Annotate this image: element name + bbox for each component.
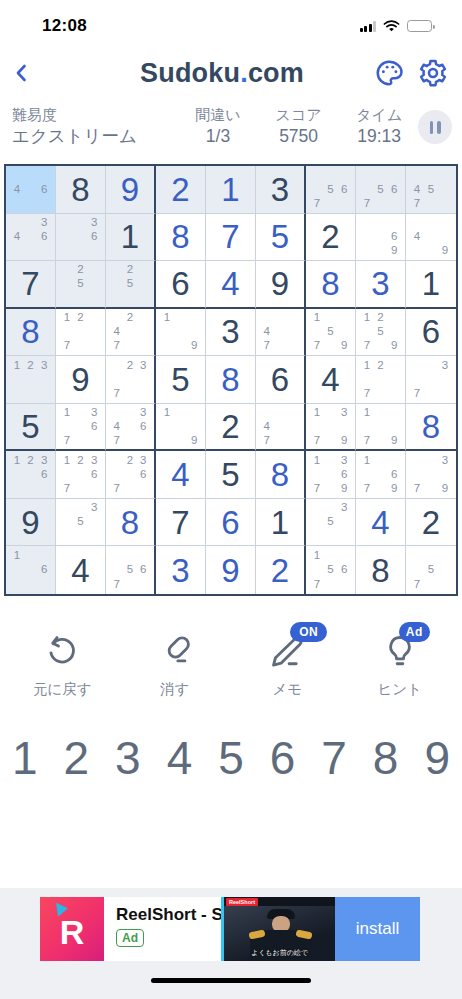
pencil-notes: 12367 xyxy=(60,453,101,496)
cell-r1c1[interactable]: 46 xyxy=(6,166,56,214)
difficulty-value: エクストリーム xyxy=(12,128,179,146)
cell-r6c2[interactable]: 1367 xyxy=(56,404,106,452)
cell-r2c3[interactable]: 1 xyxy=(106,214,156,262)
thumbnail-brand: ReelShort xyxy=(226,898,258,906)
pencil-notes: 123 xyxy=(10,358,51,401)
toolbar: 元に戻す 消す ON メモ Ad ヒント xyxy=(0,596,462,699)
pencil-notes: 567 xyxy=(310,168,351,211)
mistakes-info: 間違い 1/3 xyxy=(179,106,257,146)
pencil-notes: 37 xyxy=(410,358,452,401)
user-digit: 2 xyxy=(271,554,289,587)
cell-r9c3[interactable]: 567 xyxy=(106,546,156,594)
score-info: スコア 5750 xyxy=(257,106,341,146)
user-digit: 8 xyxy=(171,220,189,253)
cell-r1c3[interactable]: 9 xyxy=(106,166,156,214)
numpad-key-4[interactable]: 4 xyxy=(167,735,193,781)
cell-r3c7[interactable]: 8 xyxy=(306,261,356,309)
thumbnail-caption: よくもお前の絵で xyxy=(224,948,335,958)
pencil-notes: 1379 xyxy=(310,406,351,448)
pause-icon xyxy=(437,121,441,134)
hint-label: ヒント xyxy=(377,680,422,699)
user-digit: 8 xyxy=(422,410,440,443)
pencil-notes: 25 xyxy=(60,263,101,305)
numpad-key-8[interactable]: 8 xyxy=(373,735,399,781)
pencil-notes: 46 xyxy=(10,168,51,211)
score-value: 5750 xyxy=(257,128,341,146)
cell-r8c3[interactable]: 8 xyxy=(106,499,156,547)
given-digit: 4 xyxy=(321,363,339,396)
mistakes-label: 間違い xyxy=(179,106,257,125)
cell-r8c8[interactable]: 4 xyxy=(356,499,406,547)
pencil-notes: 19 xyxy=(160,406,201,448)
pencil-notes: 1679 xyxy=(360,453,401,496)
cell-r4c5[interactable]: 3 xyxy=(206,309,256,357)
pencil-notes: 49 xyxy=(410,216,452,259)
cell-r7c3[interactable]: 2367 xyxy=(106,451,156,499)
cell-r5c3[interactable]: 237 xyxy=(106,356,156,404)
game-info-bar: 難易度 エクストリーム 間違い 1/3 スコア 5750 タイム 19:13 xyxy=(0,96,462,154)
eraser-icon xyxy=(158,634,192,668)
given-digit: 5 xyxy=(221,458,239,491)
cell-r7c7[interactable]: 13679 xyxy=(306,451,356,499)
mistakes-value: 1/3 xyxy=(179,128,257,146)
cell-r7c1[interactable]: 1236 xyxy=(6,451,56,499)
cell-r2c4[interactable]: 8 xyxy=(156,214,206,262)
given-digit: 1 xyxy=(271,506,289,539)
pencil-notes: 1367 xyxy=(60,406,101,448)
cell-r2c9[interactable]: 49 xyxy=(406,214,456,262)
home-indicator[interactable] xyxy=(151,978,311,983)
notes-on-badge: ON xyxy=(290,622,327,642)
cell-r6c9[interactable]: 8 xyxy=(406,404,456,452)
cell-r8c2[interactable]: 35 xyxy=(56,499,106,547)
pencil-notes: 47 xyxy=(260,311,300,354)
user-digit: 8 xyxy=(121,506,139,539)
cell-r3c8[interactable]: 3 xyxy=(356,261,406,309)
numpad-key-6[interactable]: 6 xyxy=(270,735,296,781)
sudoku-grid: 4689213567567457346361875269497252564983… xyxy=(4,164,458,596)
given-digit: 2 xyxy=(321,220,339,253)
cell-r8c6[interactable]: 1 xyxy=(256,499,306,547)
numpad-key-1[interactable]: 1 xyxy=(12,735,38,781)
ad-title: ReelShort - S... xyxy=(116,905,215,925)
cell-r3c9[interactable]: 1 xyxy=(406,261,456,309)
given-digit: 3 xyxy=(271,173,289,206)
pencil-icon: ON xyxy=(270,634,304,668)
user-digit: 8 xyxy=(221,363,239,396)
given-digit: 7 xyxy=(171,506,189,539)
cell-r7c4[interactable]: 4 xyxy=(156,451,206,499)
pencil-notes: 16 xyxy=(10,548,51,592)
cellular-signal-icon xyxy=(360,21,377,32)
timer-value: 19:13 xyxy=(340,128,418,146)
user-digit: 4 xyxy=(171,458,189,491)
cell-r1c8[interactable]: 567 xyxy=(356,166,406,214)
user-digit: 8 xyxy=(321,267,339,300)
cell-r1c4[interactable]: 2 xyxy=(156,166,206,214)
pause-button[interactable] xyxy=(418,110,452,144)
cell-r2c1[interactable]: 346 xyxy=(6,214,56,262)
cell-r4c7[interactable]: 1579 xyxy=(306,309,356,357)
ad-badge: Ad xyxy=(116,929,144,947)
pencil-notes: 1579 xyxy=(310,311,351,354)
cell-r7c9[interactable]: 379 xyxy=(406,451,456,499)
cell-r1c5[interactable]: 1 xyxy=(206,166,256,214)
cell-r4c8[interactable]: 12579 xyxy=(356,309,406,357)
pencil-notes: 2367 xyxy=(110,453,150,496)
pencil-notes: 36 xyxy=(60,216,101,259)
difficulty-info: 難易度 エクストリーム xyxy=(12,106,179,146)
given-digit: 6 xyxy=(422,315,440,348)
cell-r2c5[interactable]: 7 xyxy=(206,214,256,262)
given-digit: 1 xyxy=(422,267,440,300)
cell-r2c7[interactable]: 2 xyxy=(306,214,356,262)
cell-r5c8[interactable]: 127 xyxy=(356,356,406,404)
title-dot: . xyxy=(240,58,248,88)
number-pad: 123456789 xyxy=(0,699,462,781)
cell-r5c5[interactable]: 8 xyxy=(206,356,256,404)
cell-r8c1[interactable]: 9 xyxy=(6,499,56,547)
cell-r3c4[interactable]: 6 xyxy=(156,261,206,309)
cell-r6c5[interactable]: 2 xyxy=(206,404,256,452)
cell-r4c2[interactable]: 127 xyxy=(56,309,106,357)
erase-button[interactable]: 消す xyxy=(119,634,232,699)
reelshort-app-icon: R xyxy=(40,897,104,961)
cell-r9c7[interactable]: 1567 xyxy=(306,546,356,594)
user-digit: 5 xyxy=(271,220,289,253)
numpad-key-5[interactable]: 5 xyxy=(218,735,244,781)
given-digit: 6 xyxy=(171,267,189,300)
cell-r9c5[interactable]: 9 xyxy=(206,546,256,594)
cell-r6c1[interactable]: 5 xyxy=(6,404,56,452)
pencil-notes: 567 xyxy=(110,548,150,592)
pencil-notes: 13679 xyxy=(310,453,351,496)
timer-info: タイム 19:13 xyxy=(340,106,418,146)
given-digit: 5 xyxy=(21,410,39,443)
back-button[interactable] xyxy=(10,61,44,85)
difficulty-label: 難易度 xyxy=(12,106,179,125)
numpad-key-3[interactable]: 3 xyxy=(115,735,141,781)
pencil-notes: 69 xyxy=(360,216,401,259)
cell-r8c4[interactable]: 7 xyxy=(156,499,206,547)
user-digit: 3 xyxy=(171,554,189,587)
pencil-notes: 3467 xyxy=(110,406,150,448)
cell-r8c9[interactable]: 2 xyxy=(406,499,456,547)
cell-r1c7[interactable]: 567 xyxy=(306,166,356,214)
numpad-key-9[interactable]: 9 xyxy=(424,735,450,781)
cell-r9c6[interactable]: 2 xyxy=(256,546,306,594)
pencil-notes: 35 xyxy=(310,501,351,544)
cell-r2c6[interactable]: 5 xyxy=(256,214,306,262)
user-digit: 9 xyxy=(221,554,239,587)
cell-r5c2[interactable]: 9 xyxy=(56,356,106,404)
numpad-key-7[interactable]: 7 xyxy=(321,735,347,781)
cell-r5c6[interactable]: 6 xyxy=(256,356,306,404)
cell-r7c2[interactable]: 12367 xyxy=(56,451,106,499)
cell-r9c1[interactable]: 16 xyxy=(6,546,56,594)
timer-label: タイム xyxy=(340,106,418,125)
score-label: スコア xyxy=(257,106,341,125)
user-digit: 4 xyxy=(371,506,389,539)
cell-r4c6[interactable]: 47 xyxy=(256,309,306,357)
user-digit: 9 xyxy=(121,173,139,206)
cell-r5c7[interactable]: 4 xyxy=(306,356,356,404)
undo-icon xyxy=(45,634,79,668)
clock: 12:08 xyxy=(42,16,87,36)
install-button[interactable]: install xyxy=(335,897,420,961)
pencil-notes: 19 xyxy=(160,311,201,354)
ad-banner[interactable]: R ReelShort - S... Ad ReelShort よくもお前の絵で… xyxy=(40,897,420,961)
lightbulb-icon: Ad xyxy=(383,634,417,668)
user-digit: 2 xyxy=(171,173,189,206)
undo-button[interactable]: 元に戻す xyxy=(6,634,119,699)
given-digit: 5 xyxy=(171,363,189,396)
battery-icon xyxy=(407,20,432,32)
theme-palette-button[interactable] xyxy=(374,58,404,88)
cell-r4c4[interactable]: 19 xyxy=(156,309,206,357)
cell-r7c8[interactable]: 1679 xyxy=(356,451,406,499)
pencil-notes: 1567 xyxy=(310,548,351,592)
pencil-notes: 47 xyxy=(260,406,300,448)
cell-r6c3[interactable]: 3467 xyxy=(106,404,156,452)
given-digit: 2 xyxy=(422,506,440,539)
cell-r3c6[interactable]: 9 xyxy=(256,261,306,309)
wifi-icon xyxy=(383,20,400,33)
pencil-notes: 35 xyxy=(60,501,101,544)
cell-r6c4[interactable]: 19 xyxy=(156,404,206,452)
cell-r9c2[interactable]: 4 xyxy=(56,546,106,594)
cell-r9c9[interactable]: 57 xyxy=(406,546,456,594)
cell-r7c6[interactable]: 8 xyxy=(256,451,306,499)
notes-label: メモ xyxy=(272,680,302,699)
pencil-notes: 567 xyxy=(360,168,401,211)
erase-label: 消す xyxy=(160,680,189,699)
ad-strip: R ReelShort - S... Ad ReelShort よくもお前の絵で… xyxy=(0,888,462,999)
given-digit: 4 xyxy=(71,554,89,587)
pencil-notes: 1236 xyxy=(10,453,51,496)
given-digit: 9 xyxy=(21,506,39,539)
pencil-notes: 12579 xyxy=(360,311,401,354)
pencil-notes: 179 xyxy=(360,406,401,448)
cell-r7c5[interactable]: 5 xyxy=(206,451,256,499)
cell-r3c3[interactable]: 25 xyxy=(106,261,156,309)
user-digit: 6 xyxy=(221,506,239,539)
ad-video-thumbnail[interactable]: ReelShort よくもお前の絵で xyxy=(221,897,335,961)
given-digit: 3 xyxy=(221,315,239,348)
cell-r9c8[interactable]: 8 xyxy=(356,546,406,594)
cell-r4c9[interactable]: 6 xyxy=(406,309,456,357)
cell-r5c1[interactable]: 123 xyxy=(6,356,56,404)
pencil-notes: 127 xyxy=(360,358,401,401)
app-title: Sudoku.com xyxy=(44,58,374,89)
given-digit: 1 xyxy=(121,220,139,253)
cell-r9c4[interactable]: 3 xyxy=(156,546,206,594)
pause-icon xyxy=(430,121,434,134)
pencil-notes: 25 xyxy=(110,263,150,305)
pencil-notes: 379 xyxy=(410,453,452,496)
given-digit: 6 xyxy=(271,363,289,396)
user-digit: 8 xyxy=(271,458,289,491)
user-digit: 1 xyxy=(221,173,239,206)
cell-r5c4[interactable]: 5 xyxy=(156,356,206,404)
undo-label: 元に戻す xyxy=(33,680,92,699)
given-digit: 8 xyxy=(371,554,389,587)
cell-r3c1[interactable]: 7 xyxy=(6,261,56,309)
given-digit: 9 xyxy=(71,363,89,396)
given-digit: 7 xyxy=(21,267,39,300)
pencil-notes: 127 xyxy=(60,311,101,354)
cell-r2c2[interactable]: 36 xyxy=(56,214,106,262)
hint-button[interactable]: Ad ヒント xyxy=(344,634,457,699)
given-digit: 8 xyxy=(71,173,89,206)
user-digit: 8 xyxy=(21,315,39,348)
cell-r6c6[interactable]: 47 xyxy=(256,404,306,452)
cell-r4c3[interactable]: 247 xyxy=(106,309,156,357)
cell-r3c2[interactable]: 25 xyxy=(56,261,106,309)
cell-r4c1[interactable]: 8 xyxy=(6,309,56,357)
pencil-notes: 247 xyxy=(110,311,150,354)
pencil-notes: 57 xyxy=(410,548,452,592)
cell-r3c5[interactable]: 4 xyxy=(206,261,256,309)
user-digit: 3 xyxy=(371,267,389,300)
hint-ad-badge: Ad xyxy=(399,622,430,642)
cell-r1c2[interactable]: 8 xyxy=(56,166,106,214)
header: Sudoku.com xyxy=(0,44,462,96)
cell-r6c8[interactable]: 179 xyxy=(356,404,406,452)
pencil-notes: 237 xyxy=(110,358,150,401)
cell-r5c9[interactable]: 37 xyxy=(406,356,456,404)
cell-r1c6[interactable]: 3 xyxy=(256,166,306,214)
cell-r8c5[interactable]: 6 xyxy=(206,499,256,547)
user-digit: 7 xyxy=(221,220,239,253)
settings-gear-button[interactable] xyxy=(418,58,448,88)
cell-r1c9[interactable]: 457 xyxy=(406,166,456,214)
status-bar: 12:08 xyxy=(0,0,462,44)
given-digit: 9 xyxy=(271,267,289,300)
cell-r2c8[interactable]: 69 xyxy=(356,214,406,262)
numpad-key-2[interactable]: 2 xyxy=(64,735,90,781)
cell-r6c7[interactable]: 1379 xyxy=(306,404,356,452)
cell-r8c7[interactable]: 35 xyxy=(306,499,356,547)
pencil-notes: 457 xyxy=(410,168,452,211)
given-digit: 2 xyxy=(221,410,239,443)
notes-toggle-button[interactable]: ON メモ xyxy=(231,634,344,699)
user-digit: 4 xyxy=(221,267,239,300)
pencil-notes: 346 xyxy=(10,216,51,259)
